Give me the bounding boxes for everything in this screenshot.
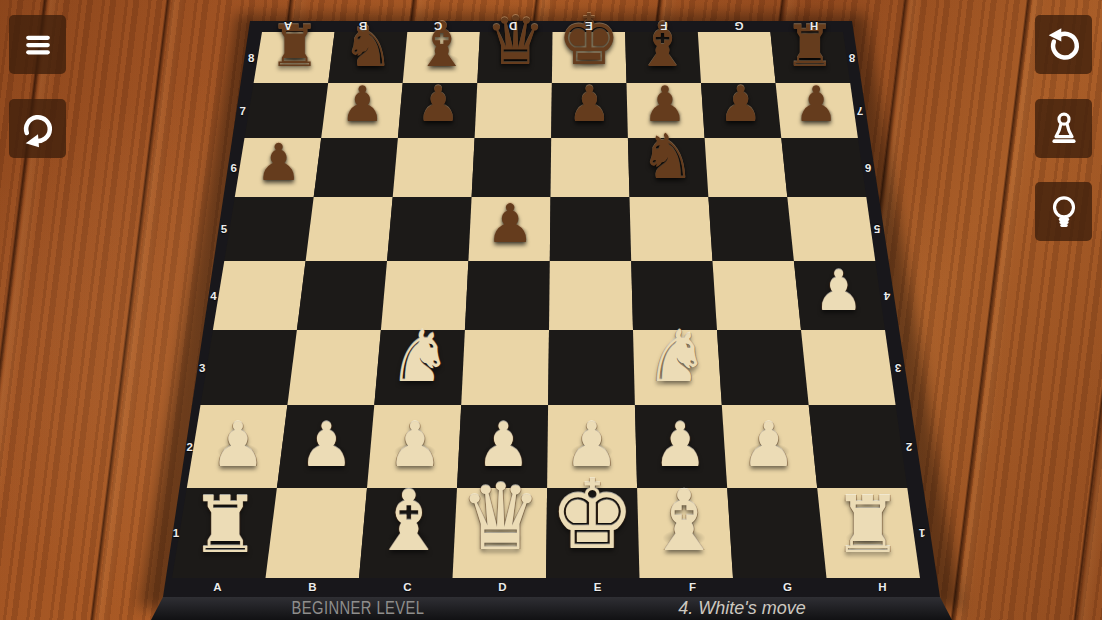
square-g1[interactable]	[727, 488, 826, 578]
piece-black-rook[interactable]: ♜	[784, 18, 835, 75]
piece-black-pawn[interactable]: ♟	[719, 80, 763, 129]
chess-app-screen: ♜♞♝♛♚♝♜♟♟♟♟♟♟♟♞♟♟♞♞♟♟♟♟♟♟♟♜♝♛♚♝♜ 1122334…	[0, 0, 1102, 620]
piece-white-pawn[interactable]: ♟	[387, 414, 442, 475]
square-b3[interactable]	[287, 330, 381, 405]
piece-white-pawn[interactable]: ♟	[814, 263, 864, 319]
square-b1[interactable]	[266, 488, 368, 578]
square-d3[interactable]	[461, 330, 549, 405]
move-indicator: 4. White's move	[678, 598, 805, 619]
restart-icon	[18, 109, 58, 149]
square-a3[interactable]	[201, 330, 297, 405]
piece-black-pawn[interactable]: ♟	[486, 197, 534, 250]
square-b4[interactable]	[297, 261, 387, 330]
piece-white-rook[interactable]: ♜	[190, 486, 260, 564]
piece-black-pawn[interactable]: ♟	[416, 80, 460, 129]
piece-black-knight[interactable]: ♞	[640, 126, 696, 188]
level-indicator: BEGINNER LEVEL	[292, 598, 425, 619]
undo-arrow-icon	[1044, 25, 1084, 65]
piece-black-queen[interactable]: ♛	[485, 8, 545, 75]
piece-white-pawn[interactable]: ♟	[741, 414, 796, 475]
piece-black-rook[interactable]: ♜	[269, 18, 320, 75]
piece-white-pawn[interactable]: ♟	[210, 414, 265, 475]
hamburger-icon	[19, 26, 57, 64]
square-h5[interactable]	[787, 197, 875, 261]
square-g5[interactable]	[708, 197, 794, 261]
square-e5[interactable]	[550, 197, 631, 261]
piece-black-bishop[interactable]: ♝	[414, 13, 469, 74]
square-d7[interactable]	[475, 83, 552, 138]
piece-white-knight[interactable]: ♞	[389, 322, 452, 393]
square-g6[interactable]	[705, 138, 788, 197]
piece-black-knight[interactable]: ♞	[343, 18, 394, 75]
piece-black-bishop[interactable]: ♝	[635, 13, 690, 74]
square-h6[interactable]	[781, 138, 866, 197]
piece-black-pawn[interactable]: ♟	[794, 80, 838, 129]
piece-white-pawn[interactable]: ♟	[653, 414, 708, 475]
piece-white-king[interactable]: ♚	[550, 468, 636, 564]
piece-white-rook[interactable]: ♜	[833, 486, 903, 564]
lightbulb-icon	[1044, 192, 1084, 232]
hint-button[interactable]	[1035, 182, 1092, 241]
piece-black-king[interactable]: ♚	[558, 5, 621, 75]
square-g4[interactable]	[713, 261, 802, 330]
board-front-face	[151, 597, 952, 620]
square-d4[interactable]	[465, 261, 550, 330]
menu-button[interactable]	[9, 15, 66, 74]
square-a4[interactable]	[213, 261, 306, 330]
square-f5[interactable]	[630, 197, 713, 261]
square-e6[interactable]	[551, 138, 630, 197]
square-c6[interactable]	[393, 138, 475, 197]
square-b6[interactable]	[314, 138, 398, 197]
undo-button[interactable]	[1035, 15, 1092, 74]
piece-black-pawn[interactable]: ♟	[567, 80, 611, 129]
piece-white-queen[interactable]: ♛	[460, 472, 542, 564]
square-g3[interactable]	[717, 330, 809, 405]
piece-white-bishop[interactable]: ♝	[647, 480, 722, 564]
square-b5[interactable]	[306, 197, 393, 261]
piece-black-pawn[interactable]: ♟	[341, 80, 385, 129]
pawn-icon	[1044, 109, 1084, 149]
square-a7[interactable]	[245, 83, 329, 138]
piece-white-knight[interactable]: ♞	[645, 322, 708, 393]
square-e3[interactable]	[548, 330, 635, 405]
restart-button[interactable]	[9, 99, 66, 158]
square-a5[interactable]	[224, 197, 313, 261]
square-c5[interactable]	[387, 197, 472, 261]
square-d6[interactable]	[472, 138, 552, 197]
square-e4[interactable]	[549, 261, 633, 330]
piece-black-pawn[interactable]: ♟	[256, 136, 302, 187]
piece-style-button[interactable]	[1035, 99, 1092, 158]
piece-white-bishop[interactable]: ♝	[371, 480, 446, 564]
square-h2[interactable]	[809, 405, 908, 488]
piece-white-pawn[interactable]: ♟	[299, 414, 354, 475]
square-h3[interactable]	[801, 330, 896, 405]
